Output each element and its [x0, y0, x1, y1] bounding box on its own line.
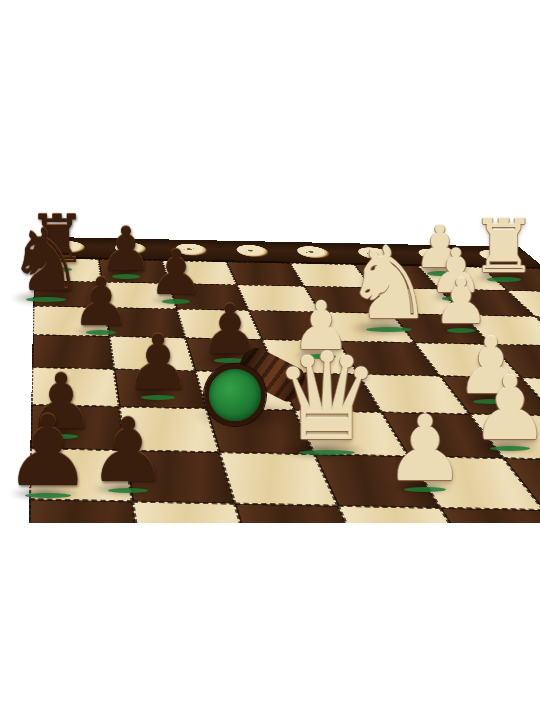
pieces-layer: ♜♟♞♟♟♟♟♟♟♟♜♟♟♞♟♟♟♛♟♟ — [0, 0, 540, 720]
white-pawn-g2[interactable]: ♟ — [380, 404, 470, 494]
black-pawn-c3[interactable]: ♟ — [120, 325, 196, 401]
fallen-king-felt-base — [204, 364, 266, 426]
white-queen-e3[interactable]: ♛ — [267, 338, 387, 458]
white-pawn-h2[interactable]: ♟ — [466, 365, 540, 453]
white-knight-f5[interactable]: ♞ — [339, 234, 439, 334]
chess-set-photo: ♜♟♞♟♟♟♟♟♟♟♜♟♟♞♟♟♟♛♟♟ — [0, 0, 540, 720]
black-pawn-a2[interactable]: ♟ — [0, 402, 97, 500]
black-pawn-b2[interactable]: ♟ — [84, 407, 172, 495]
